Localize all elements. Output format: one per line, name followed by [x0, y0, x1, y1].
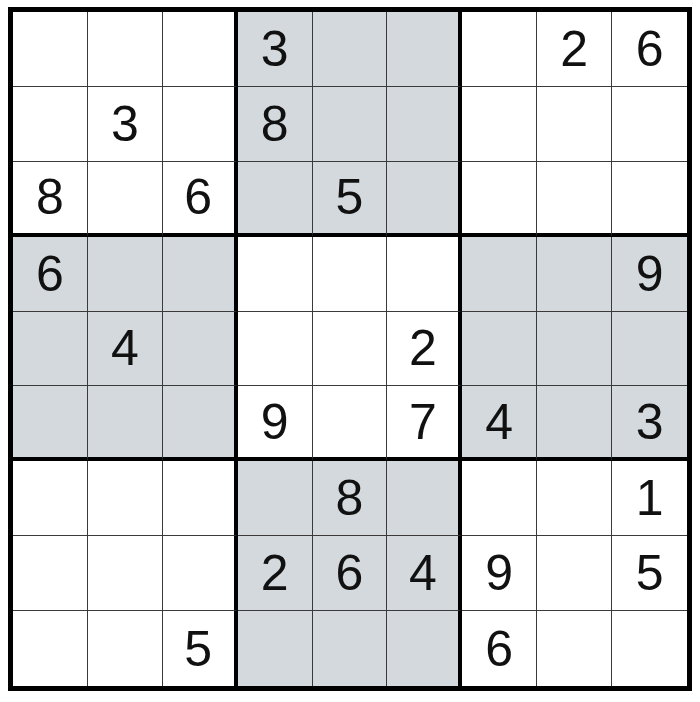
cell-r4c8[interactable]	[537, 237, 612, 312]
cell-r9c4[interactable]	[238, 611, 313, 686]
cell-r5c5[interactable]	[313, 312, 388, 387]
cell-r3c6[interactable]	[387, 162, 462, 237]
cell-r6c6[interactable]: 7	[387, 386, 462, 461]
cell-r4c5[interactable]	[313, 237, 388, 312]
cell-r4c2[interactable]	[88, 237, 163, 312]
cell-r2c6[interactable]	[387, 87, 462, 162]
cell-r4c9[interactable]: 9	[612, 237, 687, 312]
cell-r1c5[interactable]	[313, 12, 388, 87]
cell-r8c5[interactable]: 6	[313, 536, 388, 611]
cell-r8c8[interactable]	[537, 536, 612, 611]
cell-r5c3[interactable]	[163, 312, 238, 387]
cell-r2c8[interactable]	[537, 87, 612, 162]
cell-r3c9[interactable]	[612, 162, 687, 237]
cell-r1c4[interactable]: 3	[238, 12, 313, 87]
cell-r9c8[interactable]	[537, 611, 612, 686]
sudoku-board: 3263886569429743812649556	[8, 7, 692, 691]
cell-r8c3[interactable]	[163, 536, 238, 611]
cell-r9c3[interactable]: 5	[163, 611, 238, 686]
cell-r3c2[interactable]	[88, 162, 163, 237]
cell-r9c7[interactable]: 6	[462, 611, 537, 686]
cell-r1c6[interactable]	[387, 12, 462, 87]
cell-r1c8[interactable]: 2	[537, 12, 612, 87]
cell-r6c8[interactable]	[537, 386, 612, 461]
page: 3263886569429743812649556	[0, 0, 700, 702]
cell-r7c1[interactable]	[13, 461, 88, 536]
cell-r6c1[interactable]	[13, 386, 88, 461]
cell-r2c5[interactable]	[313, 87, 388, 162]
cell-r5c7[interactable]	[462, 312, 537, 387]
cell-r4c7[interactable]	[462, 237, 537, 312]
cell-r8c2[interactable]	[88, 536, 163, 611]
cell-r5c1[interactable]	[13, 312, 88, 387]
cell-r6c7[interactable]: 4	[462, 386, 537, 461]
cell-r2c1[interactable]	[13, 87, 88, 162]
cell-r1c1[interactable]	[13, 12, 88, 87]
cell-r7c6[interactable]	[387, 461, 462, 536]
cell-r4c6[interactable]	[387, 237, 462, 312]
cell-r4c1[interactable]: 6	[13, 237, 88, 312]
cell-r7c3[interactable]	[163, 461, 238, 536]
cell-r7c4[interactable]	[238, 461, 313, 536]
cell-r1c3[interactable]	[163, 12, 238, 87]
cell-r7c5[interactable]: 8	[313, 461, 388, 536]
cell-r6c5[interactable]	[313, 386, 388, 461]
cell-r3c3[interactable]: 6	[163, 162, 238, 237]
cell-r7c2[interactable]	[88, 461, 163, 536]
cell-r5c8[interactable]	[537, 312, 612, 387]
cell-r3c4[interactable]	[238, 162, 313, 237]
cell-r5c4[interactable]	[238, 312, 313, 387]
cell-r8c4[interactable]: 2	[238, 536, 313, 611]
cell-r2c9[interactable]	[612, 87, 687, 162]
cell-r2c2[interactable]: 3	[88, 87, 163, 162]
cell-r8c7[interactable]: 9	[462, 536, 537, 611]
cell-r2c3[interactable]	[163, 87, 238, 162]
cell-r9c9[interactable]	[612, 611, 687, 686]
cell-r7c7[interactable]	[462, 461, 537, 536]
cell-r1c7[interactable]	[462, 12, 537, 87]
cell-r2c4[interactable]: 8	[238, 87, 313, 162]
cell-r2c7[interactable]	[462, 87, 537, 162]
cell-r1c9[interactable]: 6	[612, 12, 687, 87]
cell-r3c8[interactable]	[537, 162, 612, 237]
cell-r8c6[interactable]: 4	[387, 536, 462, 611]
cell-r3c7[interactable]	[462, 162, 537, 237]
cell-r9c6[interactable]	[387, 611, 462, 686]
cell-r6c4[interactable]: 9	[238, 386, 313, 461]
cell-r8c9[interactable]: 5	[612, 536, 687, 611]
cell-r5c9[interactable]	[612, 312, 687, 387]
cell-r1c2[interactable]	[88, 12, 163, 87]
cell-r6c9[interactable]: 3	[612, 386, 687, 461]
cell-r4c3[interactable]	[163, 237, 238, 312]
cell-r8c1[interactable]	[13, 536, 88, 611]
cell-r9c5[interactable]	[313, 611, 388, 686]
cell-r7c9[interactable]: 1	[612, 461, 687, 536]
cell-r6c2[interactable]	[88, 386, 163, 461]
cell-r5c2[interactable]: 4	[88, 312, 163, 387]
cell-r6c3[interactable]	[163, 386, 238, 461]
cell-r4c4[interactable]	[238, 237, 313, 312]
cell-r3c1[interactable]: 8	[13, 162, 88, 237]
cell-r9c2[interactable]	[88, 611, 163, 686]
cell-r3c5[interactable]: 5	[313, 162, 388, 237]
cell-r9c1[interactable]	[13, 611, 88, 686]
cell-r5c6[interactable]: 2	[387, 312, 462, 387]
cell-r7c8[interactable]	[537, 461, 612, 536]
